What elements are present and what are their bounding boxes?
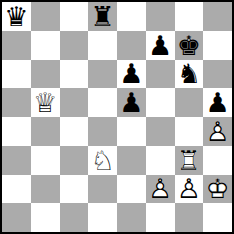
square-f2[interactable]: ♟♙: [146, 175, 175, 204]
piece-glyph: ♟: [146, 31, 175, 60]
piece-glyph: ♛: [2, 2, 31, 31]
square-f5[interactable]: [146, 88, 175, 117]
square-g5[interactable]: [175, 88, 204, 117]
square-c4[interactable]: [60, 117, 89, 146]
square-d6[interactable]: [88, 60, 117, 89]
square-a1[interactable]: [2, 203, 31, 232]
square-e6[interactable]: ♟: [117, 60, 146, 89]
square-f6[interactable]: [146, 60, 175, 89]
board-grid: ♛♜♟♚♟♞♛♕♟♟♟♙♞♘♜♖♟♙♟♙♚♔: [2, 2, 232, 232]
piece-glyph: ♔: [203, 175, 232, 204]
square-h4[interactable]: ♟♙: [203, 117, 232, 146]
square-f8[interactable]: [146, 2, 175, 31]
black-pawn-icon[interactable]: ♟: [146, 31, 175, 60]
piece-glyph: ♙: [175, 175, 204, 204]
square-c1[interactable]: [60, 203, 89, 232]
square-f1[interactable]: [146, 203, 175, 232]
square-e2[interactable]: [117, 175, 146, 204]
white-rook-icon[interactable]: ♜♖: [175, 146, 204, 175]
piece-glyph: ♙: [203, 117, 232, 146]
square-c2[interactable]: [60, 175, 89, 204]
square-a4[interactable]: [2, 117, 31, 146]
piece-glyph: ♜: [88, 2, 117, 31]
square-b8[interactable]: [31, 2, 60, 31]
square-h1[interactable]: [203, 203, 232, 232]
square-c8[interactable]: [60, 2, 89, 31]
square-b3[interactable]: [31, 146, 60, 175]
square-f3[interactable]: [146, 146, 175, 175]
square-b5[interactable]: ♛♕: [31, 88, 60, 117]
piece-glyph: ♟: [117, 88, 146, 117]
square-e1[interactable]: [117, 203, 146, 232]
black-queen-icon[interactable]: ♛: [2, 2, 31, 31]
square-g3[interactable]: ♜♖: [175, 146, 204, 175]
piece-glyph: ♕: [31, 88, 60, 117]
black-pawn-icon[interactable]: ♟: [203, 88, 232, 117]
white-knight-icon[interactable]: ♞♘: [88, 146, 117, 175]
black-pawn-icon[interactable]: ♟: [117, 88, 146, 117]
square-a8[interactable]: ♛: [2, 2, 31, 31]
square-h2[interactable]: ♚♔: [203, 175, 232, 204]
square-g7[interactable]: ♚: [175, 31, 204, 60]
piece-glyph: ♟: [117, 60, 146, 89]
square-a7[interactable]: [2, 31, 31, 60]
square-e8[interactable]: [117, 2, 146, 31]
square-e4[interactable]: [117, 117, 146, 146]
square-h3[interactable]: [203, 146, 232, 175]
square-e5[interactable]: ♟: [117, 88, 146, 117]
square-h8[interactable]: [203, 2, 232, 31]
black-king-icon[interactable]: ♚: [175, 31, 204, 60]
piece-glyph: ♙: [146, 175, 175, 204]
square-c5[interactable]: [60, 88, 89, 117]
square-b4[interactable]: [31, 117, 60, 146]
square-g4[interactable]: [175, 117, 204, 146]
white-pawn-icon[interactable]: ♟♙: [175, 175, 204, 204]
chess-board: ♛♜♟♚♟♞♛♕♟♟♟♙♞♘♜♖♟♙♟♙♚♔: [0, 0, 234, 234]
white-queen-icon[interactable]: ♛♕: [31, 88, 60, 117]
square-a6[interactable]: [2, 60, 31, 89]
square-c3[interactable]: [60, 146, 89, 175]
white-king-icon[interactable]: ♚♔: [203, 175, 232, 204]
square-h5[interactable]: ♟: [203, 88, 232, 117]
square-h6[interactable]: [203, 60, 232, 89]
square-c6[interactable]: [60, 60, 89, 89]
square-b1[interactable]: [31, 203, 60, 232]
square-a2[interactable]: [2, 175, 31, 204]
square-a3[interactable]: [2, 146, 31, 175]
piece-glyph: ♟: [203, 88, 232, 117]
white-pawn-icon[interactable]: ♟♙: [203, 117, 232, 146]
square-g8[interactable]: [175, 2, 204, 31]
square-e3[interactable]: [117, 146, 146, 175]
piece-glyph: ♚: [175, 31, 204, 60]
square-e7[interactable]: [117, 31, 146, 60]
square-a5[interactable]: [2, 88, 31, 117]
square-d5[interactable]: [88, 88, 117, 117]
black-rook-icon[interactable]: ♜: [88, 2, 117, 31]
square-d4[interactable]: [88, 117, 117, 146]
black-knight-icon[interactable]: ♞: [175, 60, 204, 89]
square-d8[interactable]: ♜: [88, 2, 117, 31]
square-f7[interactable]: ♟: [146, 31, 175, 60]
square-d1[interactable]: [88, 203, 117, 232]
square-f4[interactable]: [146, 117, 175, 146]
square-c7[interactable]: [60, 31, 89, 60]
black-pawn-icon[interactable]: ♟: [117, 60, 146, 89]
square-g6[interactable]: ♞: [175, 60, 204, 89]
piece-glyph: ♘: [88, 146, 117, 175]
piece-glyph: ♖: [175, 146, 204, 175]
square-d2[interactable]: [88, 175, 117, 204]
square-d7[interactable]: [88, 31, 117, 60]
square-h7[interactable]: [203, 31, 232, 60]
square-g2[interactable]: ♟♙: [175, 175, 204, 204]
square-g1[interactable]: [175, 203, 204, 232]
white-pawn-icon[interactable]: ♟♙: [146, 175, 175, 204]
square-b6[interactable]: [31, 60, 60, 89]
piece-glyph: ♞: [175, 60, 204, 89]
square-d3[interactable]: ♞♘: [88, 146, 117, 175]
square-b2[interactable]: [31, 175, 60, 204]
square-b7[interactable]: [31, 31, 60, 60]
